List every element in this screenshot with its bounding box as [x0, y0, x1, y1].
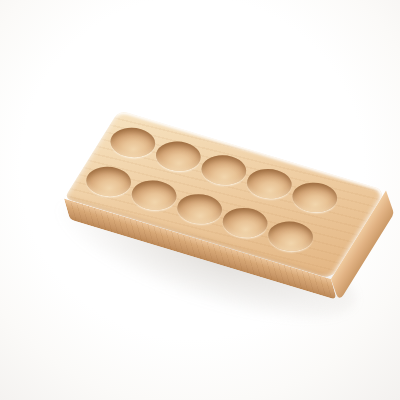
- scene: [0, 0, 400, 400]
